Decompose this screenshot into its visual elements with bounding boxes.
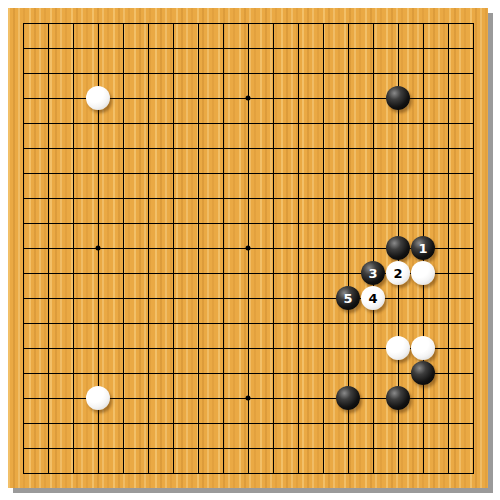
hoshi-point xyxy=(246,396,251,401)
stone-white-p8[interactable]: 4 xyxy=(361,286,385,310)
stone-white-q9[interactable]: 2 xyxy=(386,261,410,285)
move-number-label: 2 xyxy=(393,267,402,280)
stone-white-d4[interactable] xyxy=(86,386,110,410)
hoshi-point xyxy=(96,246,101,251)
stone-black-q16[interactable] xyxy=(386,86,410,110)
hoshi-point xyxy=(246,246,251,251)
stone-black-r5[interactable] xyxy=(411,361,435,385)
move-number-label: 4 xyxy=(368,292,377,305)
stone-black-r10[interactable]: 1 xyxy=(411,236,435,260)
stone-white-d16[interactable] xyxy=(86,86,110,110)
stone-black-o4[interactable] xyxy=(336,386,360,410)
stone-black-q10[interactable] xyxy=(386,236,410,260)
page: 13254 xyxy=(0,0,500,500)
move-number-label: 1 xyxy=(418,242,427,255)
move-number-label: 5 xyxy=(343,292,352,305)
stone-black-o8[interactable]: 5 xyxy=(336,286,360,310)
stone-white-q6[interactable] xyxy=(386,336,410,360)
stone-white-r6[interactable] xyxy=(411,336,435,360)
stone-black-q4[interactable] xyxy=(386,386,410,410)
stone-black-p9[interactable]: 3 xyxy=(361,261,385,285)
hoshi-point xyxy=(246,96,251,101)
go-board[interactable]: 13254 xyxy=(8,8,488,488)
stone-white-r9[interactable] xyxy=(411,261,435,285)
move-number-label: 3 xyxy=(368,267,377,280)
